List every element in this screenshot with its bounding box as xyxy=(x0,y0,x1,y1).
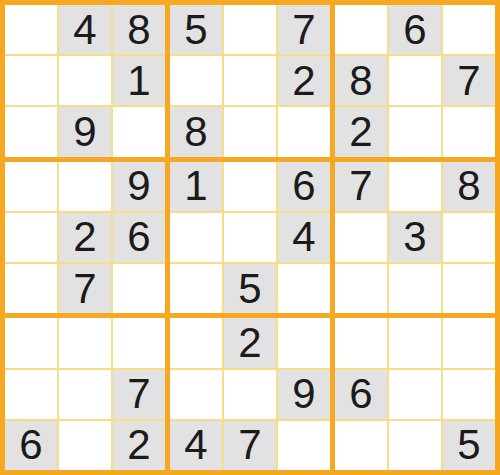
cell-r5c6: 4 xyxy=(278,213,330,262)
cell-r1c2: 4 xyxy=(59,5,111,54)
cell-r2c3: 1 xyxy=(113,56,165,105)
cell-r4c6: 6 xyxy=(278,162,330,211)
cell-r8c3: 7 xyxy=(113,370,165,419)
cell-r4c7: 7 xyxy=(335,162,387,211)
cell-r9c6[interactable] xyxy=(278,421,330,470)
cell-r3c4: 8 xyxy=(170,107,222,156)
cell-r2c1[interactable] xyxy=(5,56,57,105)
cell-r9c5: 7 xyxy=(224,421,276,470)
cell-r4c5[interactable] xyxy=(224,162,276,211)
cell-r6c1[interactable] xyxy=(5,264,57,313)
cell-r6c3[interactable] xyxy=(113,264,165,313)
cell-r5c1[interactable] xyxy=(5,213,57,262)
cell-r9c9: 5 xyxy=(443,421,495,470)
cell-r1c8: 6 xyxy=(389,5,441,54)
cell-r7c2[interactable] xyxy=(59,318,111,367)
cell-r3c9[interactable] xyxy=(443,107,495,156)
cell-r1c5[interactable] xyxy=(224,5,276,54)
box-2: 5728 xyxy=(170,5,330,157)
cell-r9c7[interactable] xyxy=(335,421,387,470)
cell-r9c8[interactable] xyxy=(389,421,441,470)
cell-r3c7: 2 xyxy=(335,107,387,156)
cell-r1c6: 7 xyxy=(278,5,330,54)
cell-r1c7[interactable] xyxy=(335,5,387,54)
cell-r3c3[interactable] xyxy=(113,107,165,156)
cell-r7c9[interactable] xyxy=(443,318,495,367)
cell-r3c8[interactable] xyxy=(389,107,441,156)
cell-r6c2: 7 xyxy=(59,264,111,313)
cell-r6c6[interactable] xyxy=(278,264,330,313)
cell-r4c4: 1 xyxy=(170,162,222,211)
cell-r9c3: 2 xyxy=(113,421,165,470)
cell-r4c8[interactable] xyxy=(389,162,441,211)
cell-r5c4[interactable] xyxy=(170,213,222,262)
cell-r1c9[interactable] xyxy=(443,5,495,54)
cell-r2c7: 8 xyxy=(335,56,387,105)
cell-r6c4[interactable] xyxy=(170,264,222,313)
cell-r5c5[interactable] xyxy=(224,213,276,262)
cell-r4c3: 9 xyxy=(113,162,165,211)
box-3: 6872 xyxy=(335,5,495,157)
cell-r9c2[interactable] xyxy=(59,421,111,470)
cell-r5c2: 2 xyxy=(59,213,111,262)
cell-r4c1[interactable] xyxy=(5,162,57,211)
cell-r7c7[interactable] xyxy=(335,318,387,367)
cell-r9c1: 6 xyxy=(5,421,57,470)
cell-r5c3: 6 xyxy=(113,213,165,262)
cell-r2c8[interactable] xyxy=(389,56,441,105)
box-1: 4819 xyxy=(5,5,165,157)
cell-r2c4[interactable] xyxy=(170,56,222,105)
cell-r7c8[interactable] xyxy=(389,318,441,367)
cell-r5c8: 3 xyxy=(389,213,441,262)
cell-r2c9: 7 xyxy=(443,56,495,105)
box-8: 2947 xyxy=(170,318,330,470)
cell-r6c7[interactable] xyxy=(335,264,387,313)
cell-r4c9: 8 xyxy=(443,162,495,211)
cell-r1c3: 8 xyxy=(113,5,165,54)
cell-r3c6[interactable] xyxy=(278,107,330,156)
cell-r7c3[interactable] xyxy=(113,318,165,367)
cell-r3c5[interactable] xyxy=(224,107,276,156)
cell-r2c5[interactable] xyxy=(224,56,276,105)
cell-r3c1[interactable] xyxy=(5,107,57,156)
cell-r7c5: 2 xyxy=(224,318,276,367)
cell-r1c1[interactable] xyxy=(5,5,57,54)
box-6: 783 xyxy=(335,162,495,314)
box-5: 1645 xyxy=(170,162,330,314)
cell-r7c6[interactable] xyxy=(278,318,330,367)
cell-r5c7[interactable] xyxy=(335,213,387,262)
sudoku-board: 48195728687292671645783762294765 xyxy=(0,0,500,475)
cell-r8c1[interactable] xyxy=(5,370,57,419)
box-9: 65 xyxy=(335,318,495,470)
cell-r7c4[interactable] xyxy=(170,318,222,367)
cell-r8c5[interactable] xyxy=(224,370,276,419)
cell-r8c4[interactable] xyxy=(170,370,222,419)
cell-r8c6: 9 xyxy=(278,370,330,419)
cell-r8c8[interactable] xyxy=(389,370,441,419)
cell-r9c4: 4 xyxy=(170,421,222,470)
cell-r2c6: 2 xyxy=(278,56,330,105)
cell-r6c9[interactable] xyxy=(443,264,495,313)
cell-r8c9[interactable] xyxy=(443,370,495,419)
cell-r8c2[interactable] xyxy=(59,370,111,419)
cell-r6c5: 5 xyxy=(224,264,276,313)
cell-r4c2[interactable] xyxy=(59,162,111,211)
cell-r7c1[interactable] xyxy=(5,318,57,367)
cell-r2c2[interactable] xyxy=(59,56,111,105)
cell-r3c2: 9 xyxy=(59,107,111,156)
cell-r8c7: 6 xyxy=(335,370,387,419)
cell-r5c9[interactable] xyxy=(443,213,495,262)
box-7: 762 xyxy=(5,318,165,470)
box-4: 9267 xyxy=(5,162,165,314)
cell-r6c8[interactable] xyxy=(389,264,441,313)
cell-r1c4: 5 xyxy=(170,5,222,54)
